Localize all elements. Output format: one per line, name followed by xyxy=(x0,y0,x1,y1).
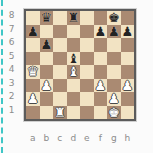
black-queen: ♛ xyxy=(40,11,52,25)
white-bishop: ♝ xyxy=(67,65,79,79)
file-label-e: e xyxy=(80,132,94,144)
square-g4[interactable] xyxy=(107,65,121,79)
square-c5[interactable] xyxy=(53,52,67,66)
square-f6[interactable] xyxy=(94,38,108,52)
white-king: ♚ xyxy=(108,106,120,120)
chess-diagram-page: 87654321 ♛♜♚♟♟♟♟♟♝♛♝♟♟♟♟♟♜♚ abcdefgh xyxy=(0,0,153,153)
square-g6[interactable] xyxy=(107,38,121,52)
rank-label-7: 7 xyxy=(4,23,19,37)
file-label-c: c xyxy=(53,132,67,144)
black-pawn: ♟ xyxy=(121,25,133,39)
square-b2[interactable] xyxy=(40,92,54,106)
square-c8[interactable] xyxy=(53,11,67,25)
rank-label-4: 4 xyxy=(4,63,19,77)
square-b4[interactable] xyxy=(40,65,54,79)
square-c7[interactable] xyxy=(53,25,67,39)
square-d1[interactable] xyxy=(67,106,81,120)
square-e2[interactable] xyxy=(80,92,94,106)
white-pawn: ♟ xyxy=(27,92,39,106)
square-h8[interactable] xyxy=(121,11,135,25)
black-pawn: ♟ xyxy=(94,25,106,39)
square-c1[interactable]: ♜ xyxy=(53,106,67,120)
square-a4[interactable]: ♛ xyxy=(26,65,40,79)
white-pawn: ♟ xyxy=(40,79,52,93)
square-a1[interactable] xyxy=(26,106,40,120)
black-pawn: ♟ xyxy=(27,25,39,39)
square-g1[interactable]: ♚ xyxy=(107,106,121,120)
rank-label-8: 8 xyxy=(4,9,19,23)
square-e3[interactable] xyxy=(80,79,94,93)
square-e1[interactable] xyxy=(80,106,94,120)
black-pawn: ♟ xyxy=(40,38,52,52)
square-d8[interactable]: ♜ xyxy=(67,11,81,25)
square-d2[interactable] xyxy=(67,92,81,106)
square-c3[interactable] xyxy=(53,79,67,93)
white-pawn: ♟ xyxy=(94,79,106,93)
square-d3[interactable] xyxy=(67,79,81,93)
square-f5[interactable] xyxy=(94,52,108,66)
square-h1[interactable] xyxy=(121,106,135,120)
square-g3[interactable] xyxy=(107,79,121,93)
square-b6[interactable]: ♟ xyxy=(40,38,54,52)
square-d4[interactable]: ♝ xyxy=(67,65,81,79)
square-d5[interactable]: ♝ xyxy=(67,52,81,66)
black-rook: ♜ xyxy=(67,11,79,25)
square-f8[interactable] xyxy=(94,11,108,25)
file-label-f: f xyxy=(94,132,108,144)
square-f7[interactable]: ♟ xyxy=(94,25,108,39)
black-king: ♚ xyxy=(108,11,120,25)
white-queen: ♛ xyxy=(27,65,39,79)
file-labels: abcdefgh xyxy=(26,126,134,145)
rank-label-2: 2 xyxy=(4,90,19,104)
file-label-g: g xyxy=(107,132,121,144)
square-a2[interactable]: ♟ xyxy=(26,92,40,106)
white-pawn: ♟ xyxy=(121,79,133,93)
square-a5[interactable] xyxy=(26,52,40,66)
white-rook: ♜ xyxy=(54,106,66,120)
square-a6[interactable] xyxy=(26,38,40,52)
square-h2[interactable] xyxy=(121,92,135,106)
square-b5[interactable] xyxy=(40,52,54,66)
square-e5[interactable] xyxy=(80,52,94,66)
square-b3[interactable]: ♟ xyxy=(40,79,54,93)
square-h5[interactable] xyxy=(121,52,135,66)
square-f3[interactable]: ♟ xyxy=(94,79,108,93)
square-b7[interactable] xyxy=(40,25,54,39)
square-e7[interactable] xyxy=(80,25,94,39)
square-d6[interactable] xyxy=(67,38,81,52)
rank-label-6: 6 xyxy=(4,36,19,50)
square-g8[interactable]: ♚ xyxy=(107,11,121,25)
rank-label-1: 1 xyxy=(4,104,19,118)
black-bishop: ♝ xyxy=(67,52,79,66)
square-e8[interactable] xyxy=(80,11,94,25)
square-h7[interactable]: ♟ xyxy=(121,25,135,39)
square-h6[interactable] xyxy=(121,38,135,52)
square-h3[interactable]: ♟ xyxy=(121,79,135,93)
square-e6[interactable] xyxy=(80,38,94,52)
file-label-b: b xyxy=(40,132,54,144)
dashed-border-left xyxy=(1,0,3,153)
square-a7[interactable]: ♟ xyxy=(26,25,40,39)
square-g5[interactable] xyxy=(107,52,121,66)
file-label-h: h xyxy=(121,132,135,144)
square-a8[interactable] xyxy=(26,11,40,25)
square-f4[interactable] xyxy=(94,65,108,79)
file-label-d: d xyxy=(67,132,81,144)
square-b1[interactable] xyxy=(40,106,54,120)
rank-label-3: 3 xyxy=(4,77,19,91)
rank-label-5: 5 xyxy=(4,50,19,64)
square-e4[interactable] xyxy=(80,65,94,79)
square-a3[interactable] xyxy=(26,79,40,93)
square-c6[interactable] xyxy=(53,38,67,52)
black-pawn: ♟ xyxy=(108,25,120,39)
rank-labels: 87654321 xyxy=(4,9,19,117)
square-g7[interactable]: ♟ xyxy=(107,25,121,39)
file-label-a: a xyxy=(26,132,40,144)
square-h4[interactable] xyxy=(121,65,135,79)
square-d7[interactable] xyxy=(67,25,81,39)
square-g2[interactable]: ♟ xyxy=(107,92,121,106)
square-b8[interactable]: ♛ xyxy=(40,11,54,25)
square-c4[interactable] xyxy=(53,65,67,79)
square-c2[interactable] xyxy=(53,92,67,106)
white-pawn: ♟ xyxy=(108,92,120,106)
square-f2[interactable] xyxy=(94,92,108,106)
chess-board[interactable]: ♛♜♚♟♟♟♟♟♝♛♝♟♟♟♟♟♜♚ xyxy=(24,9,136,121)
square-f1[interactable] xyxy=(94,106,108,120)
